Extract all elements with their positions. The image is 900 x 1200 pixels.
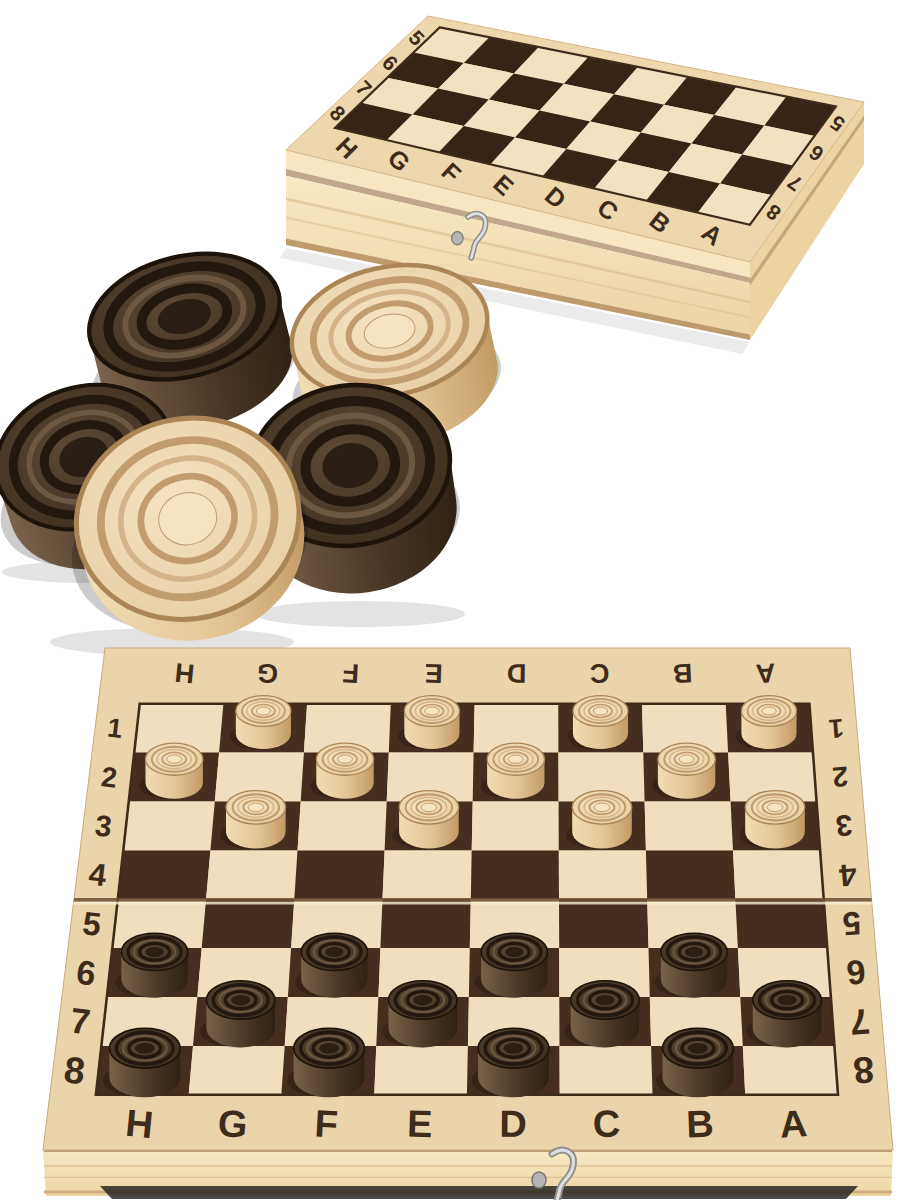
piece-center-dome [231, 995, 250, 1006]
checker-dark-h6 [115, 933, 188, 998]
piece-center-dome [688, 1043, 708, 1054]
checker-light-a3 [739, 791, 805, 849]
checker-dark-f6 [295, 933, 368, 998]
file-label-bottom-d: D [499, 1103, 527, 1145]
checker-light-e1 [398, 696, 459, 750]
rank-label-right-4: 4 [837, 857, 858, 893]
rank-label-right-8: 8 [852, 1049, 876, 1093]
checker-dark-g7 [200, 981, 275, 1048]
file-label-top-g: G [256, 657, 279, 689]
square-g4 [206, 850, 297, 899]
piece-center-dome [135, 1043, 155, 1054]
clasp-pin [532, 1172, 546, 1188]
checker-dark-e7 [382, 981, 457, 1048]
rank-label-right-3: 3 [835, 809, 854, 843]
file-label-bottom-g: G [216, 1102, 249, 1146]
piece-center-dome [767, 803, 783, 812]
piece-center-dome [319, 1043, 339, 1054]
square-g5 [202, 899, 295, 948]
piece-center-dome [595, 995, 614, 1006]
checker-light-e3 [393, 791, 459, 849]
piece-center-dome [777, 995, 796, 1006]
piece-center-dome [145, 947, 164, 957]
piece-center-dome [505, 947, 524, 957]
piece-center-dome [167, 755, 182, 763]
rank-label-right-7: 7 [848, 1001, 871, 1042]
piece-center-dome [256, 707, 270, 715]
square-f4 [294, 850, 384, 899]
file-label-top-b: B [672, 658, 693, 689]
checker-dark-d6 [475, 933, 548, 998]
rank-label-right-2: 2 [831, 760, 849, 793]
checker-light-f2 [310, 743, 373, 799]
square-f3 [298, 802, 387, 851]
square-h3 [123, 802, 215, 851]
checker-dark-a7 [746, 981, 821, 1048]
piece-center-dome [413, 995, 432, 1006]
checker-dark-c7 [564, 981, 639, 1048]
checker-light-h2 [140, 743, 203, 799]
square-a5 [735, 899, 827, 948]
square-a4 [733, 850, 824, 899]
file-label-top-f: F [342, 658, 360, 689]
square-c8 [560, 1046, 653, 1095]
square-g8 [189, 1046, 285, 1095]
square-h4 [118, 850, 211, 899]
open-checkers-board: HGFEDCBAHGFEDCBA1234567812345678 [43, 648, 893, 1200]
clasp-pin [452, 232, 463, 245]
piece-center-dome [248, 803, 264, 812]
piece-center-dome [421, 803, 437, 812]
square-e5 [380, 899, 470, 948]
file-label-bottom-h: H [124, 1102, 155, 1147]
pile-ground-shadow [255, 601, 465, 627]
checker-dark-f8 [287, 1028, 364, 1097]
square-d4 [471, 850, 559, 899]
checker-light-a1 [736, 696, 797, 750]
checker-pieces-pile [0, 234, 513, 667]
square-e8 [374, 1046, 468, 1095]
piece-center-dome [425, 707, 439, 715]
board-fold-seam-highlight [73, 902, 872, 905]
checker-dark-b6 [655, 933, 728, 998]
file-label-top-h: H [174, 657, 196, 689]
square-b3 [645, 802, 733, 851]
piece-center-dome [594, 803, 610, 812]
square-c4 [559, 850, 647, 899]
checker-light-g3 [220, 791, 286, 849]
square-a8 [743, 1046, 838, 1095]
piece-center-dome [762, 707, 776, 715]
product-photo-page: HGFEDCBA56785678 HGFEDCBAHGFEDCBA1234567… [0, 0, 900, 1200]
checker-light-b2 [652, 743, 715, 799]
file-label-bottom-e: E [406, 1103, 433, 1146]
board-side-grain-line [44, 1165, 892, 1167]
file-label-top-a: A [755, 658, 776, 689]
piece-center-dome [508, 755, 523, 763]
rank-label-right-6: 6 [845, 953, 867, 992]
checker-light-g1 [230, 696, 291, 750]
board-fold-seam [74, 898, 872, 902]
file-label-bottom-b: B [685, 1102, 714, 1145]
checker-light-c3 [566, 791, 632, 849]
file-label-top-e: E [424, 658, 443, 689]
file-label-bottom-c: C [592, 1103, 620, 1145]
file-label-top-d: D [507, 658, 527, 688]
board-side-grain-line [44, 1177, 892, 1178]
file-label-top-c: C [590, 658, 610, 688]
piece-center-dome [338, 755, 353, 763]
rank-label-right-5: 5 [841, 905, 862, 943]
piece-center-dome [685, 947, 704, 957]
checker-light-d2 [481, 743, 544, 799]
file-label-bottom-a: A [778, 1102, 808, 1146]
square-c5 [559, 899, 649, 948]
piece-center-dome [504, 1043, 524, 1054]
board-ground-shadow [100, 1186, 858, 1199]
checker-dark-b8 [656, 1028, 733, 1097]
piece-center-dome [679, 755, 694, 763]
square-e4 [383, 850, 472, 899]
piece-center-dome [593, 707, 607, 715]
checker-dark-d8 [472, 1028, 549, 1097]
file-label-bottom-f: F [313, 1102, 338, 1145]
square-b4 [646, 850, 736, 899]
checker-dark-h8 [103, 1028, 180, 1097]
checkers-set-scene: HGFEDCBA56785678 HGFEDCBAHGFEDCBA1234567… [0, 0, 900, 1200]
rank-label-right-1: 1 [828, 713, 845, 744]
piece-center-dome [325, 947, 344, 957]
checker-light-c1 [567, 696, 628, 750]
square-d3 [472, 802, 559, 851]
